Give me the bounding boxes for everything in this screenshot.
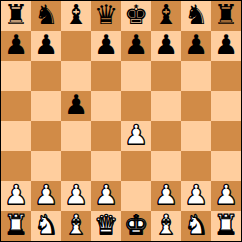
square-e2[interactable] xyxy=(121,181,151,211)
white-pawn[interactable]: ♟ xyxy=(184,180,208,210)
white-queen[interactable]: ♛ xyxy=(94,210,118,240)
white-pawn[interactable]: ♟ xyxy=(124,120,148,150)
square-g4[interactable] xyxy=(181,121,211,151)
square-c2[interactable]: ♟ xyxy=(61,181,91,211)
square-d4[interactable] xyxy=(91,121,121,151)
square-e4[interactable]: ♟ xyxy=(121,121,151,151)
square-f2[interactable]: ♟ xyxy=(151,181,181,211)
black-rook[interactable]: ♜ xyxy=(4,0,28,30)
square-f5[interactable] xyxy=(151,91,181,121)
square-d2[interactable]: ♟ xyxy=(91,181,121,211)
white-king[interactable]: ♚ xyxy=(124,210,148,240)
square-d7[interactable]: ♟ xyxy=(91,31,121,61)
square-g8[interactable]: ♞ xyxy=(181,1,211,31)
square-a2[interactable]: ♟ xyxy=(1,181,31,211)
square-e6[interactable] xyxy=(121,61,151,91)
square-e3[interactable] xyxy=(121,151,151,181)
black-knight[interactable]: ♞ xyxy=(184,0,208,30)
square-b4[interactable] xyxy=(31,121,61,151)
square-a8[interactable]: ♜ xyxy=(1,1,31,31)
square-f8[interactable]: ♝ xyxy=(151,1,181,31)
black-bishop[interactable]: ♝ xyxy=(154,0,178,30)
square-f4[interactable] xyxy=(151,121,181,151)
square-c5[interactable]: ♟ xyxy=(61,91,91,121)
square-c8[interactable]: ♝ xyxy=(61,1,91,31)
black-pawn[interactable]: ♟ xyxy=(124,30,148,60)
black-pawn[interactable]: ♟ xyxy=(34,30,58,60)
black-pawn[interactable]: ♟ xyxy=(64,90,88,120)
square-f6[interactable] xyxy=(151,61,181,91)
square-b8[interactable]: ♞ xyxy=(31,1,61,31)
square-e1[interactable]: ♚ xyxy=(121,211,151,241)
square-c1[interactable]: ♝ xyxy=(61,211,91,241)
white-pawn[interactable]: ♟ xyxy=(154,180,178,210)
square-a6[interactable] xyxy=(1,61,31,91)
square-b7[interactable]: ♟ xyxy=(31,31,61,61)
square-f3[interactable] xyxy=(151,151,181,181)
square-h7[interactable]: ♟ xyxy=(211,31,241,61)
square-g7[interactable]: ♟ xyxy=(181,31,211,61)
square-c4[interactable] xyxy=(61,121,91,151)
square-h4[interactable] xyxy=(211,121,241,151)
white-rook[interactable]: ♜ xyxy=(4,210,28,240)
square-a1[interactable]: ♜ xyxy=(1,211,31,241)
square-b5[interactable] xyxy=(31,91,61,121)
black-rook[interactable]: ♜ xyxy=(214,0,238,30)
white-rook[interactable]: ♜ xyxy=(214,210,238,240)
square-d8[interactable]: ♛ xyxy=(91,1,121,31)
square-c3[interactable] xyxy=(61,151,91,181)
square-e7[interactable]: ♟ xyxy=(121,31,151,61)
square-d5[interactable] xyxy=(91,91,121,121)
square-e8[interactable]: ♚ xyxy=(121,1,151,31)
square-b1[interactable]: ♞ xyxy=(31,211,61,241)
square-h6[interactable] xyxy=(211,61,241,91)
square-d3[interactable] xyxy=(91,151,121,181)
square-e5[interactable] xyxy=(121,91,151,121)
square-b2[interactable]: ♟ xyxy=(31,181,61,211)
square-a4[interactable] xyxy=(1,121,31,151)
square-g2[interactable]: ♟ xyxy=(181,181,211,211)
square-d1[interactable]: ♛ xyxy=(91,211,121,241)
square-f1[interactable]: ♝ xyxy=(151,211,181,241)
square-b6[interactable] xyxy=(31,61,61,91)
square-d6[interactable] xyxy=(91,61,121,91)
black-pawn[interactable]: ♟ xyxy=(4,30,28,60)
square-h1[interactable]: ♜ xyxy=(211,211,241,241)
square-h8[interactable]: ♜ xyxy=(211,1,241,31)
square-c7[interactable] xyxy=(61,31,91,61)
square-g6[interactable] xyxy=(181,61,211,91)
square-a7[interactable]: ♟ xyxy=(1,31,31,61)
black-king[interactable]: ♚ xyxy=(124,0,148,30)
square-f7[interactable]: ♟ xyxy=(151,31,181,61)
black-bishop[interactable]: ♝ xyxy=(64,0,88,30)
white-pawn[interactable]: ♟ xyxy=(34,180,58,210)
white-knight[interactable]: ♞ xyxy=(34,210,58,240)
square-h3[interactable] xyxy=(211,151,241,181)
white-knight[interactable]: ♞ xyxy=(184,210,208,240)
square-g5[interactable] xyxy=(181,91,211,121)
chess-board-window: ♜♞♝♛♚♝♞♜♟♟♟♟♟♟♟♟♟♟♟♟♟♟♟♟♜♞♝♛♚♝♞♜ xyxy=(0,0,242,242)
square-h5[interactable] xyxy=(211,91,241,121)
white-pawn[interactable]: ♟ xyxy=(64,180,88,210)
white-pawn[interactable]: ♟ xyxy=(94,180,118,210)
white-bishop[interactable]: ♝ xyxy=(154,210,178,240)
white-pawn[interactable]: ♟ xyxy=(214,180,238,210)
white-pawn[interactable]: ♟ xyxy=(4,180,28,210)
black-pawn[interactable]: ♟ xyxy=(214,30,238,60)
white-bishop[interactable]: ♝ xyxy=(64,210,88,240)
square-c6[interactable] xyxy=(61,61,91,91)
black-pawn[interactable]: ♟ xyxy=(94,30,118,60)
square-g3[interactable] xyxy=(181,151,211,181)
black-knight[interactable]: ♞ xyxy=(34,0,58,30)
square-g1[interactable]: ♞ xyxy=(181,211,211,241)
black-pawn[interactable]: ♟ xyxy=(154,30,178,60)
square-a3[interactable] xyxy=(1,151,31,181)
square-a5[interactable] xyxy=(1,91,31,121)
chess-board: ♜♞♝♛♚♝♞♜♟♟♟♟♟♟♟♟♟♟♟♟♟♟♟♟♜♞♝♛♚♝♞♜ xyxy=(0,0,242,242)
square-h2[interactable]: ♟ xyxy=(211,181,241,211)
square-b3[interactable] xyxy=(31,151,61,181)
black-queen[interactable]: ♛ xyxy=(94,0,118,30)
black-pawn[interactable]: ♟ xyxy=(184,30,208,60)
